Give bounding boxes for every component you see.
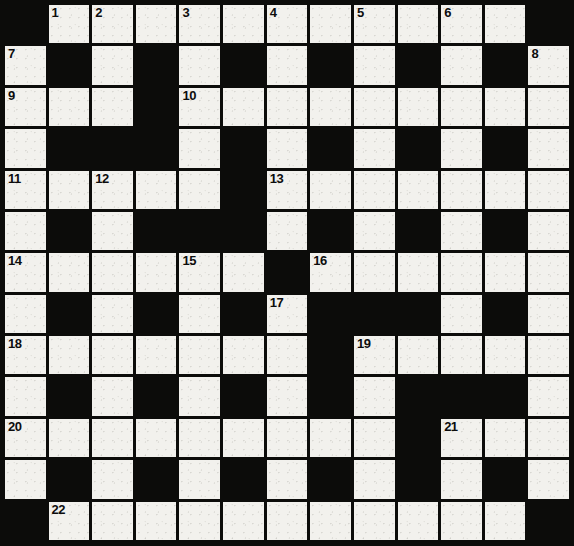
- cell-r8c10[interactable]: [441, 336, 482, 374]
- cell-r3c0[interactable]: [5, 129, 46, 167]
- cell-r7c10[interactable]: [441, 295, 482, 333]
- cell-r2c7[interactable]: [310, 88, 351, 126]
- cell-r2c4[interactable]: 10: [179, 88, 220, 126]
- cell-r2c9[interactable]: [398, 88, 439, 126]
- cell-r3c4[interactable]: [179, 129, 220, 167]
- cell-r0c6[interactable]: 4: [267, 5, 308, 43]
- clue-number-11: 11: [8, 171, 21, 186]
- cell-r10c10[interactable]: 21: [441, 419, 482, 457]
- black-cell-r7c7: [310, 295, 351, 333]
- cell-r12c6[interactable]: [267, 502, 308, 540]
- cell-r6c10[interactable]: [441, 253, 482, 291]
- clue-number-9: 9: [8, 88, 15, 103]
- cell-r10c2[interactable]: [92, 419, 133, 457]
- cell-r10c5[interactable]: [223, 419, 264, 457]
- cell-r6c1[interactable]: [49, 253, 90, 291]
- cell-r7c4[interactable]: [179, 295, 220, 333]
- clue-number-14: 14: [8, 253, 21, 268]
- cell-r2c11[interactable]: [485, 88, 526, 126]
- black-cell-r3c2: [92, 129, 133, 167]
- cell-r4c9[interactable]: [398, 171, 439, 209]
- black-cell-r7c3: [136, 295, 177, 333]
- cell-r0c1[interactable]: 1: [49, 5, 90, 43]
- cell-r6c12[interactable]: [528, 253, 569, 291]
- clue-number-16: 16: [313, 253, 326, 268]
- black-cell-r11c7: [310, 460, 351, 498]
- black-cell-r11c3: [136, 460, 177, 498]
- cell-r9c4[interactable]: [179, 377, 220, 415]
- cell-r4c7[interactable]: [310, 171, 351, 209]
- black-cell-r9c10: [441, 377, 482, 415]
- cell-r12c7[interactable]: [310, 502, 351, 540]
- cell-r7c2[interactable]: [92, 295, 133, 333]
- cell-r4c8[interactable]: [354, 171, 395, 209]
- black-cell-r5c5: [223, 212, 264, 250]
- black-cell-r3c7: [310, 129, 351, 167]
- black-cell-r6c6: [267, 253, 308, 291]
- cell-r1c0[interactable]: 7: [5, 46, 46, 84]
- cell-r8c6[interactable]: [267, 336, 308, 374]
- cell-r11c4[interactable]: [179, 460, 220, 498]
- cell-r8c5[interactable]: [223, 336, 264, 374]
- cell-r5c0[interactable]: [5, 212, 46, 250]
- cell-r12c2[interactable]: [92, 502, 133, 540]
- cell-r12c5[interactable]: [223, 502, 264, 540]
- black-cell-r12c12: [528, 502, 569, 540]
- clue-number-2: 2: [95, 5, 102, 20]
- cell-r0c7[interactable]: [310, 5, 351, 43]
- cell-r0c3[interactable]: [136, 5, 177, 43]
- black-cell-r9c11: [485, 377, 526, 415]
- cell-r6c5[interactable]: [223, 253, 264, 291]
- cell-r11c2[interactable]: [92, 460, 133, 498]
- cell-r10c0[interactable]: 20: [5, 419, 46, 457]
- black-cell-r5c9: [398, 212, 439, 250]
- cell-r6c2[interactable]: [92, 253, 133, 291]
- cell-r2c1[interactable]: [49, 88, 90, 126]
- cell-r0c10[interactable]: 6: [441, 5, 482, 43]
- black-cell-r9c7: [310, 377, 351, 415]
- black-cell-r5c11: [485, 212, 526, 250]
- cell-r0c5[interactable]: [223, 5, 264, 43]
- cell-r10c8[interactable]: [354, 419, 395, 457]
- cell-r12c4[interactable]: [179, 502, 220, 540]
- cell-r5c12[interactable]: [528, 212, 569, 250]
- cell-r2c12[interactable]: [528, 88, 569, 126]
- clue-number-5: 5: [357, 5, 364, 20]
- cell-r4c0[interactable]: 11: [5, 171, 46, 209]
- cell-r11c8[interactable]: [354, 460, 395, 498]
- cell-r10c12[interactable]: [528, 419, 569, 457]
- black-cell-r4c5: [223, 171, 264, 209]
- black-cell-r3c9: [398, 129, 439, 167]
- black-cell-r9c3: [136, 377, 177, 415]
- black-cell-r1c5: [223, 46, 264, 84]
- black-cell-r5c3: [136, 212, 177, 250]
- cell-r11c10[interactable]: [441, 460, 482, 498]
- cell-r6c11[interactable]: [485, 253, 526, 291]
- cell-r5c6[interactable]: [267, 212, 308, 250]
- cell-r7c0[interactable]: [5, 295, 46, 333]
- black-cell-r7c1: [49, 295, 90, 333]
- clue-number-4: 4: [270, 5, 277, 20]
- black-cell-r11c9: [398, 460, 439, 498]
- black-cell-r1c3: [136, 46, 177, 84]
- cell-r12c10[interactable]: [441, 502, 482, 540]
- cell-r2c2[interactable]: [92, 88, 133, 126]
- cell-r4c4[interactable]: [179, 171, 220, 209]
- clue-number-20: 20: [8, 419, 21, 434]
- cell-r7c6[interactable]: 17: [267, 295, 308, 333]
- cell-r5c8[interactable]: [354, 212, 395, 250]
- cell-r0c8[interactable]: 5: [354, 5, 395, 43]
- cell-r6c4[interactable]: 15: [179, 253, 220, 291]
- clue-number-21: 21: [444, 419, 457, 434]
- black-cell-r9c5: [223, 377, 264, 415]
- black-cell-r3c1: [49, 129, 90, 167]
- black-cell-r7c9: [398, 295, 439, 333]
- cell-r11c0[interactable]: [5, 460, 46, 498]
- cell-r10c4[interactable]: [179, 419, 220, 457]
- cell-r3c12[interactable]: [528, 129, 569, 167]
- black-cell-r3c5: [223, 129, 264, 167]
- cell-r1c2[interactable]: [92, 46, 133, 84]
- cell-r6c7[interactable]: 16: [310, 253, 351, 291]
- crossword-grid: 12345678910111213141516171819202122: [0, 0, 574, 546]
- clue-number-7: 7: [8, 46, 15, 61]
- clue-number-12: 12: [95, 171, 108, 186]
- cell-r1c8[interactable]: [354, 46, 395, 84]
- black-cell-r0c12: [528, 5, 569, 43]
- cell-r8c11[interactable]: [485, 336, 526, 374]
- cell-r4c3[interactable]: [136, 171, 177, 209]
- black-cell-r8c7: [310, 336, 351, 374]
- cell-r9c12[interactable]: [528, 377, 569, 415]
- black-cell-r11c5: [223, 460, 264, 498]
- cell-r8c0[interactable]: 18: [5, 336, 46, 374]
- cell-r5c2[interactable]: [92, 212, 133, 250]
- black-cell-r9c9: [398, 377, 439, 415]
- clue-number-19: 19: [357, 336, 370, 351]
- cell-r8c9[interactable]: [398, 336, 439, 374]
- cell-r6c3[interactable]: [136, 253, 177, 291]
- cell-r2c5[interactable]: [223, 88, 264, 126]
- clue-number-18: 18: [8, 336, 21, 351]
- black-cell-r11c11: [485, 460, 526, 498]
- clue-number-10: 10: [182, 88, 195, 103]
- clue-number-22: 22: [52, 502, 65, 517]
- cell-r4c1[interactable]: [49, 171, 90, 209]
- cell-r9c0[interactable]: [5, 377, 46, 415]
- cell-r10c7[interactable]: [310, 419, 351, 457]
- black-cell-r2c3: [136, 88, 177, 126]
- cell-r10c6[interactable]: [267, 419, 308, 457]
- black-cell-r9c1: [49, 377, 90, 415]
- cell-r9c2[interactable]: [92, 377, 133, 415]
- cell-r12c3[interactable]: [136, 502, 177, 540]
- clue-number-15: 15: [182, 253, 195, 268]
- clue-number-3: 3: [182, 5, 189, 20]
- cell-r1c6[interactable]: [267, 46, 308, 84]
- cell-r2c6[interactable]: [267, 88, 308, 126]
- cell-r5c10[interactable]: [441, 212, 482, 250]
- cell-r10c1[interactable]: [49, 419, 90, 457]
- black-cell-r7c11: [485, 295, 526, 333]
- black-cell-r7c8: [354, 295, 395, 333]
- cell-r4c11[interactable]: [485, 171, 526, 209]
- black-cell-r3c3: [136, 129, 177, 167]
- black-cell-r10c9: [398, 419, 439, 457]
- cell-r8c3[interactable]: [136, 336, 177, 374]
- cell-r12c1[interactable]: 22: [49, 502, 90, 540]
- cell-r11c6[interactable]: [267, 460, 308, 498]
- black-cell-r1c1: [49, 46, 90, 84]
- cell-r8c8[interactable]: 19: [354, 336, 395, 374]
- cell-r4c10[interactable]: [441, 171, 482, 209]
- clue-number-13: 13: [270, 171, 283, 186]
- cell-r3c6[interactable]: [267, 129, 308, 167]
- cell-r1c10[interactable]: [441, 46, 482, 84]
- cell-r10c11[interactable]: [485, 419, 526, 457]
- cell-r8c4[interactable]: [179, 336, 220, 374]
- cell-r6c8[interactable]: [354, 253, 395, 291]
- black-cell-r1c11: [485, 46, 526, 84]
- cell-r2c0[interactable]: 9: [5, 88, 46, 126]
- cell-r12c11[interactable]: [485, 502, 526, 540]
- cell-r6c0[interactable]: 14: [5, 253, 46, 291]
- cell-r1c12[interactable]: 8: [528, 46, 569, 84]
- cell-r3c8[interactable]: [354, 129, 395, 167]
- cell-r2c10[interactable]: [441, 88, 482, 126]
- cell-r3c10[interactable]: [441, 129, 482, 167]
- clue-number-17: 17: [270, 295, 283, 310]
- cell-r4c12[interactable]: [528, 171, 569, 209]
- cell-r0c4[interactable]: 3: [179, 5, 220, 43]
- clue-number-1: 1: [52, 5, 59, 20]
- cell-r0c11[interactable]: [485, 5, 526, 43]
- cell-r4c6[interactable]: 13: [267, 171, 308, 209]
- cell-r0c2[interactable]: 2: [92, 5, 133, 43]
- black-cell-r11c1: [49, 460, 90, 498]
- cell-r9c8[interactable]: [354, 377, 395, 415]
- cell-r4c2[interactable]: 12: [92, 171, 133, 209]
- cell-r1c4[interactable]: [179, 46, 220, 84]
- cell-r12c9[interactable]: [398, 502, 439, 540]
- cell-r8c12[interactable]: [528, 336, 569, 374]
- clue-number-6: 6: [444, 5, 451, 20]
- cell-r8c2[interactable]: [92, 336, 133, 374]
- cell-r0c9[interactable]: [398, 5, 439, 43]
- black-cell-r5c4: [179, 212, 220, 250]
- cell-r7c12[interactable]: [528, 295, 569, 333]
- clue-number-8: 8: [531, 46, 538, 61]
- black-cell-r12c0: [5, 502, 46, 540]
- cell-r8c1[interactable]: [49, 336, 90, 374]
- black-cell-r1c9: [398, 46, 439, 84]
- black-cell-r7c5: [223, 295, 264, 333]
- cell-r12c8[interactable]: [354, 502, 395, 540]
- cell-r6c9[interactable]: [398, 253, 439, 291]
- black-cell-r0c0: [5, 5, 46, 43]
- black-cell-r5c1: [49, 212, 90, 250]
- cell-r9c6[interactable]: [267, 377, 308, 415]
- cell-r10c3[interactable]: [136, 419, 177, 457]
- black-cell-r5c7: [310, 212, 351, 250]
- cell-r2c8[interactable]: [354, 88, 395, 126]
- cell-r11c12[interactable]: [528, 460, 569, 498]
- black-cell-r1c7: [310, 46, 351, 84]
- black-cell-r3c11: [485, 129, 526, 167]
